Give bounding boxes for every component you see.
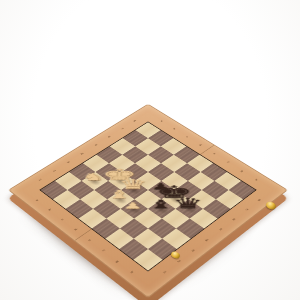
rank-label: 4	[204, 238, 209, 242]
rank-label: 4	[80, 152, 85, 155]
chess-board: aa88bb77cc66dd55ee44ff33gg22hh11 ♞♚♛♝♟♟♚…	[8, 104, 288, 298]
square-h3	[162, 228, 190, 249]
file-label: h	[254, 179, 259, 182]
board-top-face: aa88bb77cc66dd55ee44ff33gg22hh11 ♞♚♛♝♟♟♚…	[8, 104, 288, 298]
rank-label: 1	[161, 271, 166, 275]
rank-label: 3	[190, 249, 195, 253]
square-d1	[79, 209, 107, 229]
square-b1	[53, 190, 80, 209]
square-g1	[119, 239, 148, 260]
rank-label: 5	[218, 228, 223, 232]
square-g2	[134, 228, 162, 249]
square-f2	[120, 219, 148, 239]
rank-label: 6	[231, 218, 236, 221]
rank-label: 2	[176, 260, 181, 264]
rank-label: 6	[107, 136, 111, 139]
file-label: d	[198, 144, 202, 147]
square-h7	[216, 190, 243, 209]
square-h4	[176, 219, 204, 239]
square-h5	[190, 209, 218, 229]
square-c1	[66, 199, 93, 218]
rank-label: 7	[120, 127, 124, 130]
file-label: c	[185, 136, 189, 139]
rank-label: 8	[132, 120, 136, 123]
rank-label: 7	[244, 208, 249, 211]
file-label: a	[34, 198, 39, 201]
rank-label: 5	[93, 144, 97, 147]
square-f1	[105, 228, 133, 249]
square-h1	[133, 249, 162, 271]
file-label: g	[240, 170, 245, 173]
file-label: e	[87, 238, 92, 242]
product-photo-scene: aa88bb77cc66dd55ee44ff33gg22hh11 ♞♚♛♝♟♟♚…	[0, 0, 300, 300]
square-e1	[92, 219, 120, 239]
file-label: b	[172, 127, 176, 130]
file-label: f	[101, 249, 105, 252]
file-label: h	[129, 271, 134, 275]
file-label: f	[226, 161, 230, 163]
rank-label: 3	[66, 161, 71, 164]
file-label: b	[47, 208, 52, 211]
file-label: g	[115, 260, 120, 264]
square-g4	[162, 209, 190, 229]
rank-label: 2	[52, 170, 57, 173]
square-f3	[134, 209, 162, 229]
file-label: a	[159, 120, 163, 123]
file-label: c	[60, 218, 65, 221]
square-e2	[106, 209, 134, 229]
rank-label: 8	[257, 198, 262, 201]
file-label: d	[73, 228, 78, 232]
file-label: e	[212, 152, 216, 155]
rank-label: 1	[37, 179, 42, 182]
square-g3	[148, 219, 176, 239]
